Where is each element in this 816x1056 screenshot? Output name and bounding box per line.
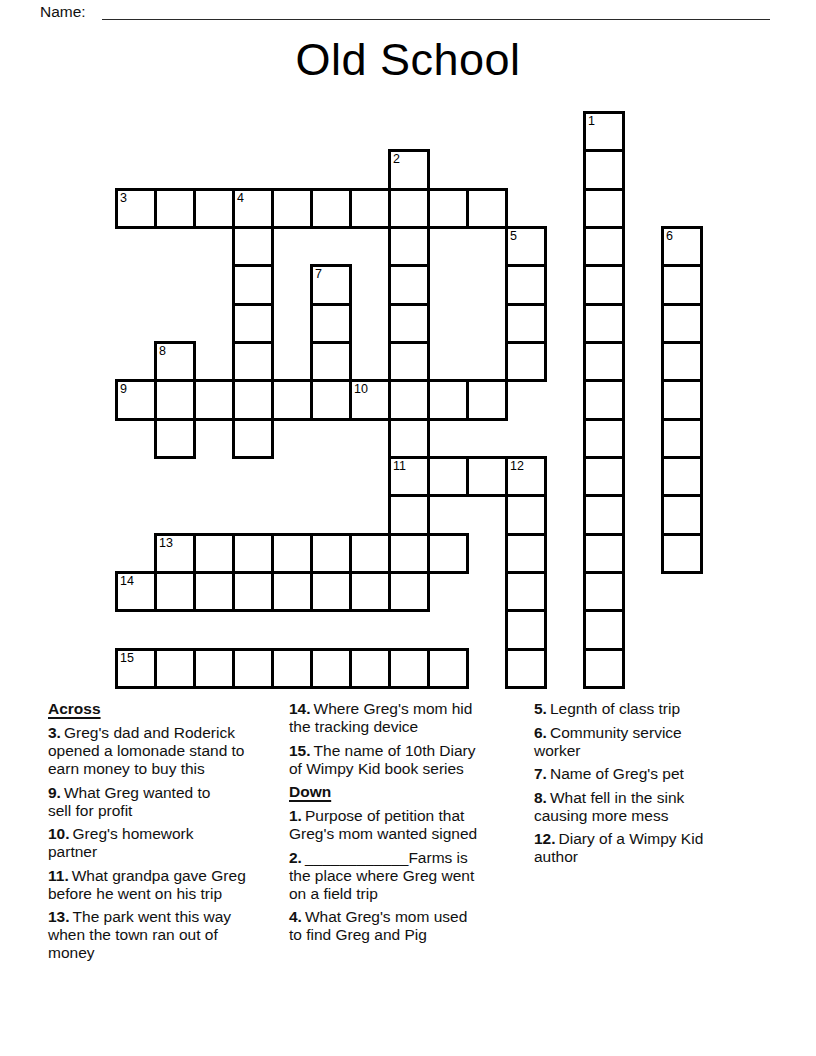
clue-number: 6. [534, 724, 547, 741]
grid-cell[interactable] [349, 533, 391, 574]
grid-cell[interactable] [583, 379, 625, 420]
grid-cell[interactable] [232, 533, 274, 574]
grid-cell[interactable] [193, 571, 235, 612]
clue-text: Diary of a Wimpy Kid author [534, 830, 703, 865]
clue-number: 5. [534, 700, 547, 717]
grid-cell[interactable]: 4 [232, 188, 274, 229]
clue-number: 9. [48, 784, 61, 801]
grid-cell[interactable]: 2 [388, 149, 430, 190]
clue-text: Purpose of petition that Greg's mom want… [289, 807, 477, 842]
grid-cell[interactable] [583, 149, 625, 190]
clue-across-3: 3.Greg's dad and Roderick opened a lomon… [48, 724, 286, 778]
grid-cell[interactable] [388, 303, 430, 344]
cell-number: 1 [588, 114, 595, 128]
grid-cell[interactable] [661, 533, 703, 574]
grid-cell[interactable] [388, 418, 430, 459]
grid-cell[interactable] [310, 188, 352, 229]
grid-cell[interactable] [583, 341, 625, 382]
grid-cell[interactable] [661, 341, 703, 382]
name-row: Name: [0, 0, 816, 26]
grid-cell[interactable] [310, 533, 352, 574]
clue-text: ____________Farms is the place where Gre… [289, 849, 474, 902]
grid-cell[interactable] [583, 571, 625, 612]
cell-number: 14 [120, 574, 134, 588]
grid-cell[interactable] [466, 379, 508, 420]
grid-cell[interactable]: 11 [388, 456, 430, 497]
grid-cell[interactable] [583, 533, 625, 574]
down-heading: Down [289, 783, 532, 801]
grid-cell[interactable] [388, 533, 430, 574]
grid-cell[interactable]: 7 [310, 264, 352, 305]
clue-number: 8. [534, 789, 547, 806]
cell-number: 11 [393, 459, 406, 473]
grid-cell[interactable] [388, 648, 430, 689]
clue-number: 10. [48, 825, 70, 842]
grid-cell[interactable] [388, 226, 430, 267]
clue-text: Name of Greg's pet [550, 765, 684, 782]
clue-across-15: 15.The name of 10th Diary of Wimpy Kid b… [289, 742, 532, 778]
clue-across-10: 10.Greg's homework partner [48, 825, 286, 861]
clue-across-13: 13.The park went this way when the town … [48, 908, 286, 962]
grid-cell[interactable] [271, 379, 313, 420]
grid-cell[interactable] [583, 609, 625, 650]
clue-text: Community service worker [534, 724, 682, 759]
clue-text: What fell in the sink causing more mess [534, 789, 684, 824]
grid-cell[interactable] [310, 341, 352, 382]
across-heading: Across [48, 700, 286, 718]
clue-number: 2. [289, 849, 302, 866]
grid-cell[interactable] [388, 341, 430, 382]
grid-cell[interactable] [388, 379, 430, 420]
grid-cell[interactable] [583, 494, 625, 535]
clue-across-14: 14.Where Greg's mom hid the tracking dev… [289, 700, 532, 736]
clue-number: 7. [534, 765, 547, 782]
grid-cell[interactable] [232, 571, 274, 612]
clue-number: 14. [289, 700, 311, 717]
clue-column-left: Across 3.Greg's dad and Roderick opened … [48, 700, 286, 968]
clue-number: 3. [48, 724, 61, 741]
clue-text: What grandpa gave Greg before he went on… [48, 867, 246, 902]
clue-down-2: 2.____________Farms is the place where G… [289, 849, 532, 903]
grid-cell[interactable] [661, 494, 703, 535]
grid-cell[interactable] [427, 379, 469, 420]
grid-cell[interactable] [427, 188, 469, 229]
cell-number: 3 [120, 191, 127, 205]
grid-cell[interactable] [505, 303, 547, 344]
grid-cell[interactable] [193, 188, 235, 229]
grid-cell[interactable] [583, 303, 625, 344]
grid-cell[interactable] [232, 226, 274, 267]
grid-cell[interactable] [232, 341, 274, 382]
grid-cell[interactable] [271, 648, 313, 689]
puzzle-title: Old School [0, 34, 816, 86]
grid-cell[interactable] [583, 418, 625, 459]
grid-cell[interactable]: 5 [505, 226, 547, 267]
grid-cell[interactable] [349, 571, 391, 612]
grid-cell[interactable]: 12 [505, 456, 547, 497]
clue-number: 12. [534, 830, 556, 847]
grid-cell[interactable] [154, 571, 196, 612]
grid-cell[interactable] [505, 648, 547, 689]
clue-across-11: 11.What grandpa gave Greg before he went… [48, 867, 286, 903]
clue-number: 1. [289, 807, 302, 824]
grid-cell[interactable] [505, 264, 547, 305]
grid-cell[interactable] [310, 303, 352, 344]
clue-down-5: 5.Legnth of class trip [534, 700, 769, 718]
grid-cell[interactable] [505, 341, 547, 382]
clue-down-1: 1.Purpose of petition that Greg's mom wa… [289, 807, 532, 843]
clue-text: The name of 10th Diary of Wimpy Kid book… [289, 742, 476, 777]
grid-cell[interactable] [427, 648, 469, 689]
cell-number: 15 [120, 651, 134, 665]
grid-cell[interactable]: 14 [115, 571, 157, 612]
grid-cell[interactable] [193, 648, 235, 689]
clue-number: 13. [48, 908, 70, 925]
grid-cell[interactable] [193, 379, 235, 420]
grid-cell[interactable] [271, 571, 313, 612]
grid-cell[interactable] [661, 303, 703, 344]
grid-cell[interactable] [154, 648, 196, 689]
grid-cell[interactable]: 10 [349, 379, 391, 420]
grid-cell[interactable] [583, 264, 625, 305]
grid-cell[interactable] [310, 648, 352, 689]
clue-text: Greg's dad and Roderick opened a lomonad… [48, 724, 245, 777]
clue-text: What Greg wanted to sell for profit [48, 784, 210, 819]
grid-cell[interactable] [661, 379, 703, 420]
crossword-grid: 123456789101112131415 [115, 111, 704, 690]
cell-number: 4 [237, 191, 244, 205]
grid-cell[interactable] [349, 648, 391, 689]
grid-cell[interactable] [661, 456, 703, 497]
grid-cell[interactable] [388, 188, 430, 229]
grid-cell[interactable]: 1 [583, 111, 625, 152]
cell-number: 10 [354, 382, 368, 396]
cell-number: 9 [120, 382, 127, 396]
name-blank-line[interactable] [102, 1, 770, 20]
grid-cell[interactable] [388, 494, 430, 535]
cell-number: 12 [510, 459, 524, 473]
grid-cell[interactable] [388, 264, 430, 305]
clue-down-6: 6.Community service worker [534, 724, 769, 760]
grid-cell[interactable] [232, 264, 274, 305]
grid-cell[interactable] [310, 379, 352, 420]
cell-number: 8 [159, 344, 166, 358]
grid-cell[interactable] [583, 456, 625, 497]
grid-cell[interactable] [271, 188, 313, 229]
grid-cell[interactable] [193, 533, 235, 574]
grid-cell[interactable] [466, 188, 508, 229]
grid-cell[interactable] [154, 188, 196, 229]
clue-number: 4. [289, 908, 302, 925]
grid-cell[interactable] [505, 533, 547, 574]
grid-cell[interactable] [232, 303, 274, 344]
clue-across-9: 9.What Greg wanted to sell for profit [48, 784, 286, 820]
name-label: Name: [40, 3, 86, 21]
grid-cell[interactable]: 8 [154, 341, 196, 382]
grid-cell[interactable] [583, 188, 625, 229]
grid-cell[interactable] [154, 379, 196, 420]
grid-cell[interactable] [583, 648, 625, 689]
clue-column-middle: 14.Where Greg's mom hid the tracking dev… [289, 700, 532, 950]
clue-text: Legnth of class trip [550, 700, 680, 717]
clue-down-7: 7.Name of Greg's pet [534, 765, 769, 783]
grid-cell[interactable] [232, 418, 274, 459]
grid-cell[interactable] [232, 379, 274, 420]
cell-number: 5 [510, 229, 517, 243]
grid-cell[interactable] [427, 456, 469, 497]
grid-cell[interactable] [427, 533, 469, 574]
grid-cell[interactable] [466, 456, 508, 497]
grid-cell[interactable] [154, 418, 196, 459]
clue-number: 15. [289, 742, 311, 759]
clue-text: Where Greg's mom hid the tracking device [289, 700, 472, 735]
grid-cell[interactable] [583, 226, 625, 267]
grid-cell[interactable] [271, 533, 313, 574]
grid-cell[interactable]: 15 [115, 648, 157, 689]
clue-down-4: 4.What Greg's mom used to find Greg and … [289, 908, 532, 944]
grid-cell[interactable] [310, 571, 352, 612]
clue-down-8: 8.What fell in the sink causing more mes… [534, 789, 769, 825]
grid-cell[interactable] [232, 648, 274, 689]
grid-cell[interactable]: 13 [154, 533, 196, 574]
grid-cell[interactable]: 9 [115, 379, 157, 420]
grid-cell[interactable] [505, 609, 547, 650]
grid-cell[interactable]: 6 [661, 226, 703, 267]
clue-text: What Greg's mom used to find Greg and Pi… [289, 908, 467, 943]
clue-number: 11. [48, 867, 69, 884]
cell-number: 13 [159, 536, 173, 550]
clue-text: The park went this way when the town ran… [48, 908, 231, 961]
grid-cell[interactable] [661, 264, 703, 305]
cell-number: 7 [315, 267, 322, 281]
clue-column-right: 5.Legnth of class trip 6.Community servi… [534, 700, 769, 872]
grid-cell[interactable] [661, 418, 703, 459]
cell-number: 6 [666, 229, 673, 243]
clue-down-12: 12.Diary of a Wimpy Kid author [534, 830, 769, 866]
grid-cell[interactable] [388, 571, 430, 612]
grid-cell[interactable] [505, 571, 547, 612]
grid-cell[interactable]: 3 [115, 188, 157, 229]
cell-number: 2 [393, 152, 400, 166]
grid-cell[interactable] [349, 188, 391, 229]
grid-cell[interactable] [505, 494, 547, 535]
